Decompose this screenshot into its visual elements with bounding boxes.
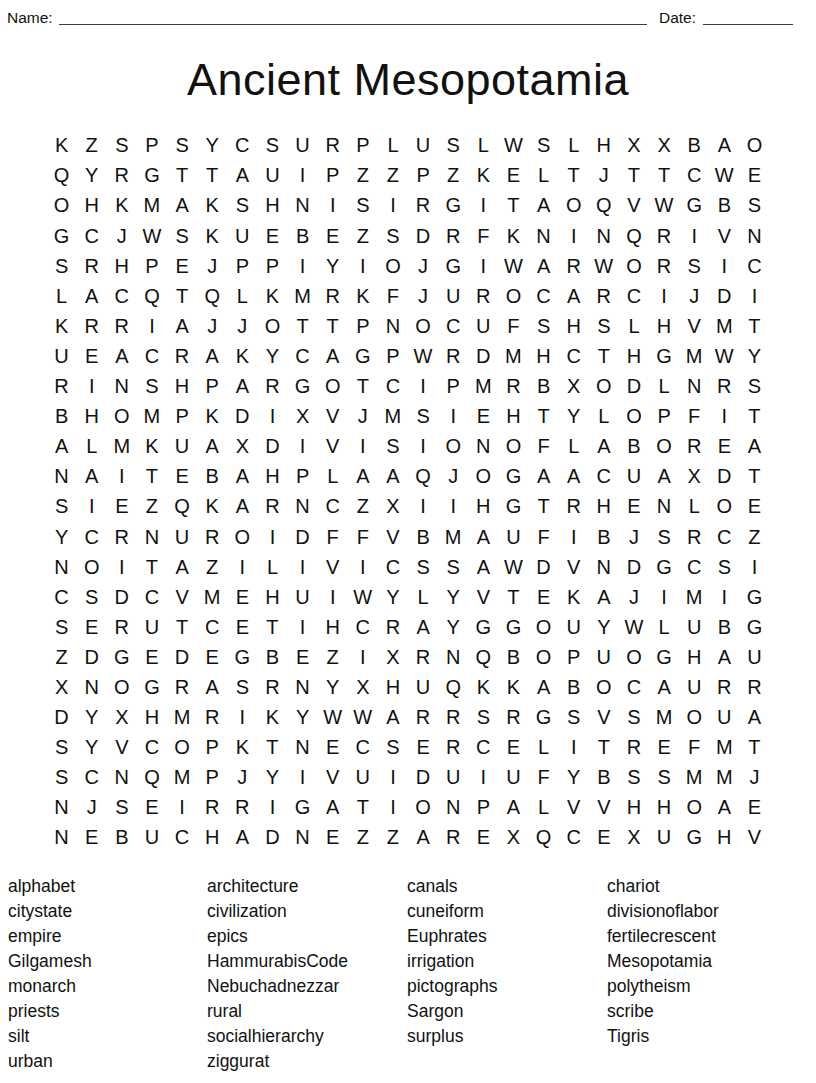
- grid-cell: E: [498, 733, 528, 763]
- grid-cell: O: [77, 552, 107, 582]
- puzzle-title: Ancient Mesopotamia: [0, 54, 816, 106]
- word-list-item: priests: [8, 999, 207, 1024]
- grid-cell: M: [679, 582, 709, 612]
- grid-cell: J: [227, 763, 257, 793]
- grid-cell: G: [498, 492, 528, 522]
- grid-cell: G: [137, 161, 167, 191]
- grid-cell: A: [77, 462, 107, 492]
- grid-cell: K: [257, 281, 287, 311]
- grid-cell: U: [408, 131, 438, 161]
- grid-cell: L: [619, 311, 649, 341]
- grid-cell: H: [709, 823, 739, 853]
- grid-cell: W: [318, 703, 348, 733]
- grid-cell: O: [227, 522, 257, 552]
- grid-cell: C: [378, 552, 408, 582]
- grid-cell: L: [318, 462, 348, 492]
- grid-cell: N: [378, 311, 408, 341]
- grid-cell: I: [378, 793, 408, 823]
- grid-cell: T: [739, 311, 769, 341]
- grid-cell: R: [257, 372, 287, 402]
- grid-cell: M: [709, 311, 739, 341]
- grid-cell: R: [709, 372, 739, 402]
- grid-cell: A: [709, 131, 739, 161]
- grid-cell: F: [679, 733, 709, 763]
- grid-cell: K: [348, 281, 378, 311]
- grid-cell: L: [378, 131, 408, 161]
- grid-cell: C: [288, 341, 318, 371]
- grid-cell: K: [197, 402, 227, 432]
- grid-cell: P: [559, 642, 589, 672]
- word-list-item: Euphrates: [407, 924, 607, 949]
- grid-cell: O: [649, 432, 679, 462]
- grid-cell: J: [348, 402, 378, 432]
- grid-cell: E: [227, 582, 257, 612]
- grid-cell: S: [649, 522, 679, 552]
- grid-cell: S: [529, 131, 559, 161]
- grid-cell: S: [408, 402, 438, 432]
- grid-cell: W: [619, 612, 649, 642]
- grid-cell: R: [197, 522, 227, 552]
- grid-cell: X: [288, 402, 318, 432]
- grid-cell: K: [47, 131, 77, 161]
- grid-cell: R: [468, 281, 498, 311]
- word-list-item: empire: [8, 924, 207, 949]
- grid-cell: H: [318, 612, 348, 642]
- grid-cell: D: [288, 522, 318, 552]
- grid-cell: I: [77, 492, 107, 522]
- word-list-item: rural: [207, 999, 407, 1024]
- grid-cell: W: [589, 251, 619, 281]
- grid-cell: K: [197, 492, 227, 522]
- grid-cell: A: [739, 432, 769, 462]
- grid-cell: A: [227, 161, 257, 191]
- word-list-item: Nebuchadnezzar: [207, 974, 407, 999]
- grid-cell: H: [167, 372, 197, 402]
- grid-cell: H: [649, 311, 679, 341]
- grid-cell: Q: [167, 492, 197, 522]
- grid-cell: R: [107, 161, 137, 191]
- grid-cell: G: [438, 191, 468, 221]
- grid-cell: H: [77, 191, 107, 221]
- grid-cell: M: [137, 191, 167, 221]
- grid-cell: E: [589, 823, 619, 853]
- grid-cell: C: [709, 522, 739, 552]
- grid-cell: H: [679, 642, 709, 672]
- grid-cell: O: [529, 642, 559, 672]
- grid-cell: A: [227, 823, 257, 853]
- grid-cell: U: [167, 432, 197, 462]
- grid-cell: I: [709, 251, 739, 281]
- grid-cell: S: [107, 793, 137, 823]
- grid-cell: T: [167, 161, 197, 191]
- word-list-item: fertilecrescent: [607, 924, 808, 949]
- grid-cell: R: [559, 251, 589, 281]
- grid-cell: A: [559, 281, 589, 311]
- grid-cell: R: [438, 221, 468, 251]
- grid-cell: U: [408, 672, 438, 702]
- grid-cell: T: [649, 161, 679, 191]
- grid-cell: T: [348, 372, 378, 402]
- date-blank-line: [703, 9, 793, 25]
- grid-cell: L: [257, 552, 287, 582]
- grid-cell: E: [137, 793, 167, 823]
- grid-cell: P: [197, 372, 227, 402]
- grid-cell: E: [197, 642, 227, 672]
- grid-cell: I: [137, 311, 167, 341]
- grid-cell: W: [709, 341, 739, 371]
- word-list-item: socialhierarchy: [207, 1024, 407, 1049]
- grid-cell: B: [529, 372, 559, 402]
- grid-cell: V: [107, 733, 137, 763]
- grid-cell: W: [498, 251, 528, 281]
- grid-cell: G: [288, 372, 318, 402]
- grid-cell: C: [348, 612, 378, 642]
- grid-cell: R: [589, 281, 619, 311]
- grid-cell: G: [649, 642, 679, 672]
- grid-cell: R: [197, 703, 227, 733]
- grid-cell: O: [167, 733, 197, 763]
- grid-cell: N: [438, 793, 468, 823]
- grid-cell: S: [619, 703, 649, 733]
- grid-cell: J: [589, 161, 619, 191]
- grid-cell: A: [739, 703, 769, 733]
- grid-cell: R: [107, 311, 137, 341]
- grid-cell: Y: [438, 612, 468, 642]
- grid-cell: Q: [438, 672, 468, 702]
- grid-cell: R: [378, 612, 408, 642]
- grid-cell: O: [107, 402, 137, 432]
- grid-cell: I: [559, 522, 589, 552]
- grid-cell: I: [348, 552, 378, 582]
- grid-cell: X: [649, 131, 679, 161]
- grid-cell: D: [227, 402, 257, 432]
- grid-cell: I: [468, 251, 498, 281]
- grid-cell: C: [468, 733, 498, 763]
- grid-cell: D: [47, 703, 77, 733]
- grid-cell: O: [107, 672, 137, 702]
- grid-cell: R: [257, 672, 287, 702]
- grid-cell: I: [257, 793, 287, 823]
- grid-cell: P: [197, 733, 227, 763]
- grid-cell: A: [227, 372, 257, 402]
- grid-cell: I: [348, 642, 378, 672]
- grid-cell: E: [709, 432, 739, 462]
- grid-cell: X: [679, 462, 709, 492]
- grid-cell: Z: [348, 221, 378, 251]
- grid-cell: Q: [137, 763, 167, 793]
- grid-cell: R: [438, 823, 468, 853]
- grid-cell: N: [107, 763, 137, 793]
- grid-cell: A: [559, 462, 589, 492]
- grid-cell: S: [709, 552, 739, 582]
- grid-cell: O: [709, 492, 739, 522]
- grid-cell: C: [378, 372, 408, 402]
- grid-cell: L: [679, 492, 709, 522]
- grid-cell: U: [498, 522, 528, 552]
- grid-cell: C: [619, 672, 649, 702]
- grid-cell: K: [197, 221, 227, 251]
- grid-cell: D: [529, 552, 559, 582]
- grid-cell: M: [107, 432, 137, 462]
- grid-cell: C: [77, 763, 107, 793]
- grid-cell: N: [739, 221, 769, 251]
- grid-cell: O: [47, 191, 77, 221]
- grid-cell: E: [498, 161, 528, 191]
- grid-cell: R: [438, 733, 468, 763]
- grid-cell: T: [498, 582, 528, 612]
- grid-cell: O: [589, 672, 619, 702]
- grid-cell: Y: [378, 582, 408, 612]
- grid-cell: B: [257, 642, 287, 672]
- grid-cell: I: [288, 763, 318, 793]
- grid-cell: D: [257, 823, 287, 853]
- grid-cell: F: [468, 221, 498, 251]
- grid-cell: P: [348, 131, 378, 161]
- grid-cell: S: [47, 612, 77, 642]
- grid-cell: N: [589, 552, 619, 582]
- word-list-item: irrigation: [407, 949, 607, 974]
- grid-cell: R: [77, 251, 107, 281]
- grid-cell: I: [288, 432, 318, 462]
- word-search-grid: KZSPSYCSURPLUSLWSLHXXBAOQYRGTTAUIPZZPZKE…: [47, 131, 770, 853]
- grid-cell: D: [257, 432, 287, 462]
- word-list-item: surplus: [407, 1024, 607, 1049]
- grid-cell: R: [197, 793, 227, 823]
- grid-cell: W: [709, 161, 739, 191]
- grid-cell: M: [468, 372, 498, 402]
- grid-cell: F: [348, 522, 378, 552]
- grid-cell: J: [408, 251, 438, 281]
- grid-cell: Y: [559, 763, 589, 793]
- grid-cell: D: [619, 372, 649, 402]
- grid-cell: I: [739, 552, 769, 582]
- grid-cell: C: [739, 251, 769, 281]
- grid-cell: T: [137, 552, 167, 582]
- grid-cell: J: [197, 311, 227, 341]
- grid-cell: O: [559, 191, 589, 221]
- grid-cell: T: [739, 462, 769, 492]
- grid-cell: U: [227, 221, 257, 251]
- grid-cell: E: [318, 823, 348, 853]
- name-blank-line: [59, 9, 647, 25]
- grid-cell: Q: [529, 823, 559, 853]
- grid-cell: P: [167, 402, 197, 432]
- grid-cell: G: [649, 552, 679, 582]
- grid-cell: F: [318, 522, 348, 552]
- grid-cell: V: [619, 191, 649, 221]
- grid-cell: C: [679, 161, 709, 191]
- grid-cell: U: [438, 281, 468, 311]
- grid-cell: Z: [378, 823, 408, 853]
- grid-cell: I: [739, 281, 769, 311]
- grid-cell: G: [739, 612, 769, 642]
- word-list-column-3: canalscuneiformEuphratesirrigationpictog…: [407, 874, 607, 1049]
- grid-cell: R: [318, 281, 348, 311]
- grid-cell: A: [378, 703, 408, 733]
- grid-cell: N: [47, 823, 77, 853]
- grid-cell: D: [167, 642, 197, 672]
- grid-cell: L: [529, 161, 559, 191]
- grid-cell: I: [408, 432, 438, 462]
- grid-cell: X: [348, 672, 378, 702]
- grid-cell: R: [107, 612, 137, 642]
- grid-cell: N: [47, 793, 77, 823]
- word-list-item: ziggurat: [207, 1049, 407, 1074]
- grid-cell: N: [529, 221, 559, 251]
- grid-cell: S: [47, 763, 77, 793]
- grid-cell: T: [739, 733, 769, 763]
- grid-cell: T: [167, 281, 197, 311]
- grid-cell: I: [107, 552, 137, 582]
- grid-cell: H: [619, 341, 649, 371]
- grid-cell: T: [257, 612, 287, 642]
- grid-cell: B: [197, 462, 227, 492]
- grid-cell: Y: [589, 612, 619, 642]
- grid-cell: I: [649, 281, 679, 311]
- grid-cell: N: [468, 432, 498, 462]
- grid-cell: Q: [408, 462, 438, 492]
- grid-cell: A: [378, 462, 408, 492]
- grid-cell: E: [318, 221, 348, 251]
- grid-cell: C: [197, 612, 227, 642]
- grid-cell: A: [468, 552, 498, 582]
- grid-cell: H: [197, 823, 227, 853]
- grid-cell: I: [167, 793, 197, 823]
- grid-cell: L: [227, 281, 257, 311]
- grid-cell: V: [318, 432, 348, 462]
- grid-cell: R: [318, 131, 348, 161]
- grid-cell: W: [137, 221, 167, 251]
- word-list-item: alphabet: [8, 874, 207, 899]
- grid-cell: C: [137, 341, 167, 371]
- grid-cell: X: [378, 642, 408, 672]
- grid-cell: G: [649, 341, 679, 371]
- grid-cell: R: [438, 703, 468, 733]
- word-list-item: HammurabisCode: [207, 949, 407, 974]
- grid-cell: I: [257, 522, 287, 552]
- grid-cell: O: [468, 462, 498, 492]
- grid-cell: M: [197, 582, 227, 612]
- grid-cell: D: [709, 462, 739, 492]
- grid-cell: E: [739, 161, 769, 191]
- grid-cell: A: [408, 823, 438, 853]
- grid-cell: A: [529, 251, 559, 281]
- grid-cell: N: [77, 672, 107, 702]
- grid-cell: S: [589, 311, 619, 341]
- grid-cell: L: [47, 281, 77, 311]
- grid-cell: O: [257, 311, 287, 341]
- grid-cell: O: [679, 793, 709, 823]
- grid-cell: N: [288, 492, 318, 522]
- word-list-item: divisionoflabor: [607, 899, 808, 924]
- grid-cell: V: [679, 311, 709, 341]
- grid-cell: S: [649, 763, 679, 793]
- grid-cell: P: [649, 402, 679, 432]
- grid-cell: K: [498, 221, 528, 251]
- grid-cell: E: [318, 733, 348, 763]
- grid-cell: B: [107, 823, 137, 853]
- grid-cell: A: [589, 432, 619, 462]
- grid-cell: V: [378, 522, 408, 552]
- grid-cell: E: [649, 733, 679, 763]
- grid-cell: M: [679, 341, 709, 371]
- grid-cell: N: [137, 522, 167, 552]
- grid-cell: R: [167, 672, 197, 702]
- grid-cell: H: [559, 311, 589, 341]
- grid-cell: I: [257, 402, 287, 432]
- grid-cell: G: [348, 341, 378, 371]
- grid-cell: P: [408, 161, 438, 191]
- grid-cell: P: [257, 251, 287, 281]
- grid-cell: U: [649, 823, 679, 853]
- grid-cell: Y: [257, 341, 287, 371]
- grid-cell: Y: [438, 582, 468, 612]
- grid-cell: I: [378, 763, 408, 793]
- grid-cell: G: [288, 793, 318, 823]
- grid-cell: C: [167, 823, 197, 853]
- grid-cell: I: [378, 191, 408, 221]
- grid-cell: Y: [77, 161, 107, 191]
- grid-cell: O: [408, 793, 438, 823]
- grid-cell: J: [739, 763, 769, 793]
- grid-cell: B: [288, 221, 318, 251]
- grid-cell: U: [47, 341, 77, 371]
- grid-cell: Z: [47, 642, 77, 672]
- grid-cell: A: [197, 672, 227, 702]
- grid-cell: M: [378, 402, 408, 432]
- grid-cell: C: [529, 281, 559, 311]
- grid-cell: I: [408, 372, 438, 402]
- grid-cell: A: [649, 462, 679, 492]
- grid-cell: C: [77, 522, 107, 552]
- grid-cell: H: [378, 672, 408, 702]
- grid-cell: V: [709, 221, 739, 251]
- grid-cell: B: [559, 672, 589, 702]
- grid-cell: M: [288, 281, 318, 311]
- grid-cell: N: [288, 191, 318, 221]
- grid-cell: J: [679, 281, 709, 311]
- grid-cell: R: [408, 191, 438, 221]
- grid-cell: Q: [197, 281, 227, 311]
- grid-cell: I: [348, 251, 378, 281]
- grid-cell: Q: [47, 161, 77, 191]
- grid-cell: C: [107, 281, 137, 311]
- word-list-item: Gilgamesh: [8, 949, 207, 974]
- grid-cell: A: [197, 432, 227, 462]
- grid-cell: F: [498, 311, 528, 341]
- grid-cell: U: [679, 612, 709, 642]
- grid-cell: U: [348, 763, 378, 793]
- grid-cell: C: [348, 733, 378, 763]
- grid-cell: C: [137, 733, 167, 763]
- grid-cell: L: [589, 402, 619, 432]
- grid-cell: E: [619, 492, 649, 522]
- grid-cell: S: [438, 552, 468, 582]
- grid-cell: L: [559, 131, 589, 161]
- grid-cell: C: [227, 131, 257, 161]
- grid-cell: N: [288, 733, 318, 763]
- grid-cell: S: [348, 191, 378, 221]
- grid-cell: O: [619, 642, 649, 672]
- grid-cell: I: [438, 402, 468, 432]
- grid-cell: I: [348, 432, 378, 462]
- grid-cell: R: [227, 793, 257, 823]
- grid-cell: B: [709, 612, 739, 642]
- grid-cell: Y: [257, 763, 287, 793]
- grid-cell: M: [137, 402, 167, 432]
- grid-cell: E: [77, 823, 107, 853]
- grid-cell: T: [348, 793, 378, 823]
